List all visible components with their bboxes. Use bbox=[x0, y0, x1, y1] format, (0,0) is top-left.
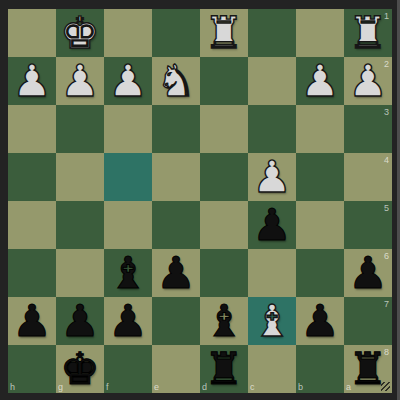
square-g1[interactable]: ♚ bbox=[56, 9, 104, 57]
square-c5[interactable]: ♟ bbox=[248, 201, 296, 249]
file-label-f: f bbox=[106, 382, 109, 392]
piece-white-pawn[interactable]: ♟ bbox=[8, 57, 56, 105]
square-b8[interactable] bbox=[296, 345, 344, 393]
file-label-c: c bbox=[250, 382, 255, 392]
square-h8[interactable] bbox=[8, 345, 56, 393]
piece-black-pawn[interactable]: ♟ bbox=[296, 297, 344, 345]
file-label-e: e bbox=[154, 382, 159, 392]
piece-white-pawn[interactable]: ♟ bbox=[56, 57, 104, 105]
square-b3[interactable] bbox=[296, 105, 344, 153]
square-d7[interactable]: ♝ bbox=[200, 297, 248, 345]
square-f2[interactable]: ♟ bbox=[104, 57, 152, 105]
square-d2[interactable] bbox=[200, 57, 248, 105]
file-label-b: b bbox=[298, 382, 303, 392]
square-h5[interactable] bbox=[8, 201, 56, 249]
piece-white-bishop[interactable]: ♝ bbox=[248, 297, 296, 345]
rank-label-2: 2 bbox=[384, 59, 389, 69]
square-b7[interactable]: ♟ bbox=[296, 297, 344, 345]
square-b5[interactable] bbox=[296, 201, 344, 249]
file-label-a: a bbox=[346, 382, 351, 392]
square-h4[interactable] bbox=[8, 153, 56, 201]
square-g2[interactable]: ♟ bbox=[56, 57, 104, 105]
piece-white-king[interactable]: ♚ bbox=[56, 9, 104, 57]
square-e1[interactable] bbox=[152, 9, 200, 57]
piece-black-pawn[interactable]: ♟ bbox=[152, 249, 200, 297]
rank-label-7: 7 bbox=[384, 299, 389, 309]
rank-label-3: 3 bbox=[384, 107, 389, 117]
square-d5[interactable] bbox=[200, 201, 248, 249]
square-b6[interactable] bbox=[296, 249, 344, 297]
square-g3[interactable] bbox=[56, 105, 104, 153]
square-d3[interactable] bbox=[200, 105, 248, 153]
piece-black-pawn[interactable]: ♟ bbox=[8, 297, 56, 345]
piece-black-bishop[interactable]: ♝ bbox=[104, 249, 152, 297]
piece-black-rook[interactable]: ♜ bbox=[200, 345, 248, 393]
rank-label-1: 1 bbox=[384, 11, 389, 21]
square-h6[interactable] bbox=[8, 249, 56, 297]
piece-white-pawn[interactable]: ♟ bbox=[296, 57, 344, 105]
square-g5[interactable] bbox=[56, 201, 104, 249]
square-c4[interactable]: ♟ bbox=[248, 153, 296, 201]
square-f7[interactable]: ♟ bbox=[104, 297, 152, 345]
rank-label-8: 8 bbox=[384, 347, 389, 357]
file-label-g: g bbox=[58, 382, 63, 392]
rank-label-5: 5 bbox=[384, 203, 389, 213]
square-c7[interactable]: ♝ bbox=[248, 297, 296, 345]
rank-label-4: 4 bbox=[384, 155, 389, 165]
piece-white-rook[interactable]: ♜ bbox=[200, 9, 248, 57]
square-h7[interactable]: ♟ bbox=[8, 297, 56, 345]
square-e2[interactable]: ♞ bbox=[152, 57, 200, 105]
square-f6[interactable]: ♝ bbox=[104, 249, 152, 297]
square-g8[interactable]: ♚ bbox=[56, 345, 104, 393]
square-d1[interactable]: ♜ bbox=[200, 9, 248, 57]
square-g7[interactable]: ♟ bbox=[56, 297, 104, 345]
square-e4[interactable] bbox=[152, 153, 200, 201]
square-c3[interactable] bbox=[248, 105, 296, 153]
square-f1[interactable] bbox=[104, 9, 152, 57]
piece-black-pawn[interactable]: ♟ bbox=[56, 297, 104, 345]
piece-black-pawn[interactable]: ♟ bbox=[248, 201, 296, 249]
piece-white-pawn[interactable]: ♟ bbox=[104, 57, 152, 105]
square-c6[interactable] bbox=[248, 249, 296, 297]
square-h3[interactable] bbox=[8, 105, 56, 153]
square-c1[interactable] bbox=[248, 9, 296, 57]
square-d6[interactable] bbox=[200, 249, 248, 297]
square-g4[interactable] bbox=[56, 153, 104, 201]
square-f8[interactable] bbox=[104, 345, 152, 393]
board-frame: ♚♜♜♟♟♟♞♟♟♟♟♝♟♟♟♟♟♝♝♟♚♜♜12345678hgfedcba bbox=[0, 0, 400, 400]
square-b2[interactable]: ♟ bbox=[296, 57, 344, 105]
square-e7[interactable] bbox=[152, 297, 200, 345]
square-h2[interactable]: ♟ bbox=[8, 57, 56, 105]
square-f5[interactable] bbox=[104, 201, 152, 249]
rank-label-6: 6 bbox=[384, 251, 389, 261]
piece-white-pawn[interactable]: ♟ bbox=[248, 153, 296, 201]
square-e8[interactable] bbox=[152, 345, 200, 393]
square-g6[interactable] bbox=[56, 249, 104, 297]
square-c2[interactable] bbox=[248, 57, 296, 105]
piece-black-king[interactable]: ♚ bbox=[56, 345, 104, 393]
piece-black-pawn[interactable]: ♟ bbox=[104, 297, 152, 345]
file-label-h: h bbox=[10, 382, 15, 392]
square-e5[interactable] bbox=[152, 201, 200, 249]
square-e3[interactable] bbox=[152, 105, 200, 153]
board-resize-handle-icon[interactable] bbox=[381, 382, 390, 391]
square-f4[interactable] bbox=[104, 153, 152, 201]
square-b4[interactable] bbox=[296, 153, 344, 201]
square-d4[interactable] bbox=[200, 153, 248, 201]
square-c8[interactable] bbox=[248, 345, 296, 393]
piece-white-knight[interactable]: ♞ bbox=[152, 57, 200, 105]
piece-black-bishop[interactable]: ♝ bbox=[200, 297, 248, 345]
chess-board: ♚♜♜♟♟♟♞♟♟♟♟♝♟♟♟♟♟♝♝♟♚♜♜12345678hgfedcba bbox=[8, 9, 392, 393]
square-h1[interactable] bbox=[8, 9, 56, 57]
square-b1[interactable] bbox=[296, 9, 344, 57]
square-f3[interactable] bbox=[104, 105, 152, 153]
file-label-d: d bbox=[202, 382, 207, 392]
square-e6[interactable]: ♟ bbox=[152, 249, 200, 297]
square-d8[interactable]: ♜ bbox=[200, 345, 248, 393]
